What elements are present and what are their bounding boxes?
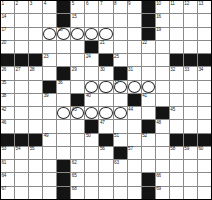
cell-r4c14[interactable] <box>184 41 197 53</box>
cell-r10c11-block <box>142 120 155 132</box>
clue-number-45: 45 <box>170 107 175 112</box>
cell-r14c8[interactable] <box>99 173 112 185</box>
cell-r6c15[interactable]: 34 <box>198 67 211 79</box>
cell-r8c2[interactable] <box>15 94 28 106</box>
clue-number-63: 63 <box>114 160 119 165</box>
cell-r11c7[interactable]: 50 <box>85 134 98 146</box>
cell-r1c2[interactable]: 2 <box>15 1 28 13</box>
clue-number-2: 2 <box>16 1 18 6</box>
cell-r15c10[interactable] <box>128 187 141 199</box>
clue-number-66: 66 <box>156 173 161 178</box>
cell-r10c14[interactable] <box>184 120 197 132</box>
cell-r9c12-block <box>156 107 169 119</box>
cell-r12c8[interactable]: 56 <box>99 147 112 159</box>
clue-number-60: 60 <box>198 146 203 151</box>
clue-number-28: 28 <box>30 67 35 72</box>
cell-r3c1[interactable]: 17 <box>1 28 14 40</box>
cell-r6c7[interactable] <box>85 67 98 79</box>
cell-r5c14-block <box>184 54 197 66</box>
cell-r2c14[interactable] <box>184 14 197 26</box>
cell-r12c1[interactable]: 53 <box>1 147 14 159</box>
clue-number-8: 8 <box>114 1 116 6</box>
cell-r2c8[interactable] <box>99 14 112 26</box>
cell-r7c14[interactable] <box>184 81 197 93</box>
cell-r5c9[interactable]: 25 <box>114 54 127 66</box>
cell-r1c6[interactable]: 5 <box>71 1 84 13</box>
clue-number-4: 4 <box>44 1 46 6</box>
clue-number-5: 5 <box>72 1 74 6</box>
cell-r8c8[interactable] <box>99 94 112 106</box>
cell-r9c5[interactable] <box>57 107 70 119</box>
cell-r8c5[interactable] <box>57 94 70 106</box>
clue-number-10: 10 <box>156 1 161 6</box>
cell-r12c5[interactable] <box>57 147 70 159</box>
clue-number-61: 61 <box>2 160 7 165</box>
cell-r2c15[interactable] <box>198 14 211 26</box>
cell-r10c10[interactable] <box>128 120 141 132</box>
cell-r12c14[interactable]: 59 <box>184 147 197 159</box>
cell-r11c6[interactable] <box>71 134 84 146</box>
cell-r9c4[interactable] <box>43 107 56 119</box>
cell-r8c4[interactable]: 39 <box>43 94 56 106</box>
cell-r9c6[interactable]: 43 <box>71 107 84 119</box>
cell-r11c9[interactable]: 51 <box>114 134 127 146</box>
cell-r7c3[interactable] <box>29 81 42 93</box>
cell-r15c3[interactable] <box>29 187 42 199</box>
cell-r1c11-block <box>142 1 155 13</box>
circle-marker <box>142 81 155 93</box>
cell-r5c12[interactable] <box>156 54 169 66</box>
cell-r5c6[interactable] <box>71 54 84 66</box>
cell-r6c9-block <box>114 67 127 79</box>
clue-number-68: 68 <box>72 186 77 191</box>
cell-r3c7[interactable] <box>85 28 98 40</box>
cell-r12c11[interactable] <box>142 147 155 159</box>
clue-number-3: 3 <box>30 1 32 6</box>
clue-number-27: 27 <box>16 67 21 72</box>
cell-r2c3[interactable] <box>29 14 42 26</box>
circle-marker <box>114 107 127 119</box>
cell-r3c9[interactable] <box>114 28 127 40</box>
clue-number-6: 6 <box>86 1 88 6</box>
cell-r4c11[interactable]: 22 <box>142 41 155 53</box>
cell-r4c1[interactable]: 20 <box>1 41 14 53</box>
clue-number-7: 7 <box>100 1 102 6</box>
cell-r8c3[interactable] <box>29 94 42 106</box>
cell-r13c13[interactable] <box>170 160 183 172</box>
cell-r6c6[interactable]: 29 <box>71 67 84 79</box>
clue-number-55: 55 <box>30 146 35 151</box>
cell-r13c15[interactable] <box>198 160 211 172</box>
cell-r15c11-block <box>142 187 155 199</box>
cell-r8c10-block <box>128 94 141 106</box>
clue-number-38: 38 <box>2 93 7 98</box>
cell-r13c6[interactable]: 62 <box>71 160 84 172</box>
cell-r6c3[interactable]: 28 <box>29 67 42 79</box>
cell-r13c8[interactable] <box>99 160 112 172</box>
cell-r10c4[interactable] <box>43 120 56 132</box>
cell-r14c11-block <box>142 173 155 185</box>
cell-r3c6[interactable] <box>71 28 84 40</box>
cell-r2c11-block <box>142 14 155 26</box>
cell-r10c8[interactable]: 47 <box>99 120 112 132</box>
cell-r14c5-block <box>57 173 70 185</box>
cell-r7c2[interactable] <box>15 81 28 93</box>
clue-number-24: 24 <box>86 54 91 59</box>
cell-r9c3[interactable] <box>29 107 42 119</box>
clue-number-59: 59 <box>184 146 189 151</box>
cell-r3c14[interactable] <box>184 28 197 40</box>
cell-r10c1[interactable]: 46 <box>1 120 14 132</box>
cell-r6c13[interactable]: 32 <box>170 67 183 79</box>
clue-number-36: 36 <box>58 80 63 85</box>
cell-r11c13-block <box>170 134 183 146</box>
cell-r4c9[interactable] <box>114 41 127 53</box>
cell-r2c13[interactable] <box>170 14 183 26</box>
cell-r11c5[interactable] <box>57 134 70 146</box>
cell-r3c5[interactable]: 18 <box>57 28 70 40</box>
clue-number-16: 16 <box>156 14 161 19</box>
cell-r14c15[interactable] <box>198 173 211 185</box>
cell-r4c6[interactable] <box>71 41 84 53</box>
clue-number-39: 39 <box>44 93 49 98</box>
clue-number-13: 13 <box>198 1 203 6</box>
clue-number-64: 64 <box>2 173 7 178</box>
clue-number-18: 18 <box>58 27 63 32</box>
circle-marker <box>99 28 112 40</box>
cell-r15c9[interactable] <box>114 187 127 199</box>
cell-r9c11[interactable] <box>142 107 155 119</box>
clue-number-20: 20 <box>2 40 7 45</box>
cell-r8c7[interactable]: 40 <box>85 94 98 106</box>
cell-r4c12[interactable] <box>156 41 169 53</box>
cell-r12c13[interactable]: 58 <box>170 147 183 159</box>
cell-r3c12[interactable]: 19 <box>156 28 169 40</box>
cell-r10c5[interactable] <box>57 120 70 132</box>
cell-r13c14[interactable] <box>184 160 197 172</box>
clue-number-32: 32 <box>170 67 175 72</box>
cell-r11c3-block <box>29 134 42 146</box>
cell-r4c3[interactable] <box>29 41 42 53</box>
cell-r8c15[interactable] <box>198 94 211 106</box>
cell-r14c4[interactable] <box>43 173 56 185</box>
cell-r11c11[interactable]: 52 <box>142 134 155 146</box>
clue-number-54: 54 <box>16 146 21 151</box>
cell-r15c13[interactable] <box>170 187 183 199</box>
clue-number-56: 56 <box>100 146 105 151</box>
cell-r14c3[interactable] <box>29 173 42 185</box>
cell-r14c9[interactable] <box>114 173 127 185</box>
cell-r6c14[interactable]: 33 <box>184 67 197 79</box>
cell-r2c2[interactable] <box>15 14 28 26</box>
cell-r2c4[interactable] <box>43 14 56 26</box>
cell-r7c10[interactable] <box>128 81 141 93</box>
cell-r14c12[interactable]: 66 <box>156 173 169 185</box>
cell-r1c8[interactable]: 7 <box>99 1 112 13</box>
cell-r13c12[interactable] <box>156 160 169 172</box>
clue-number-31: 31 <box>128 67 133 72</box>
cell-r4c15[interactable] <box>198 41 211 53</box>
clue-number-34: 34 <box>198 67 203 72</box>
cell-r13c3[interactable] <box>29 160 42 172</box>
circle-marker <box>85 107 98 119</box>
cell-r8c1[interactable]: 38 <box>1 94 14 106</box>
cell-r10c6[interactable] <box>71 120 84 132</box>
cell-r6c11[interactable] <box>142 67 155 79</box>
cell-r1c3[interactable]: 3 <box>29 1 42 13</box>
cell-r8c14[interactable] <box>184 94 197 106</box>
cell-r8c6-block <box>71 94 84 106</box>
cell-r15c12[interactable]: 69 <box>156 187 169 199</box>
cell-r15c14[interactable] <box>184 187 197 199</box>
cell-r2c5-block <box>57 14 70 26</box>
cell-r1c15[interactable]: 13 <box>198 1 211 13</box>
cell-r3c8[interactable] <box>99 28 112 40</box>
cell-r6c5-block <box>57 67 70 79</box>
cell-r13c9[interactable]: 63 <box>114 160 127 172</box>
cell-r12c15[interactable]: 60 <box>198 147 211 159</box>
cell-r2c10[interactable] <box>128 14 141 26</box>
cell-r15c5-block <box>57 187 70 199</box>
cell-r12c6[interactable] <box>71 147 84 159</box>
cell-r11c12[interactable] <box>156 134 169 146</box>
clue-number-25: 25 <box>114 54 119 59</box>
clue-number-52: 52 <box>142 133 147 138</box>
cell-r3c13[interactable] <box>170 28 183 40</box>
cell-r1c14[interactable]: 12 <box>184 1 197 13</box>
clue-number-47: 47 <box>100 120 105 125</box>
cell-r11c14-block <box>184 134 197 146</box>
cell-r4c4[interactable] <box>43 41 56 53</box>
cell-r5c1-block <box>1 54 14 66</box>
cell-r13c10[interactable] <box>128 160 141 172</box>
cell-r5c4[interactable]: 23 <box>43 54 56 66</box>
clue-number-65: 65 <box>72 173 77 178</box>
clue-number-41: 41 <box>142 93 147 98</box>
cell-r3c4[interactable] <box>43 28 56 40</box>
clue-number-9: 9 <box>128 1 130 6</box>
clue-number-42: 42 <box>2 107 7 112</box>
cell-r6c8[interactable]: 30 <box>99 67 112 79</box>
clue-number-30: 30 <box>100 67 105 72</box>
cell-r7c7[interactable] <box>85 81 98 93</box>
cell-r2c12[interactable]: 16 <box>156 14 169 26</box>
cell-r15c7[interactable] <box>85 187 98 199</box>
cell-r11c2-block <box>15 134 28 146</box>
clue-number-15: 15 <box>72 14 77 19</box>
cell-r1c1[interactable]: 1 <box>1 1 14 13</box>
cell-r15c1[interactable]: 67 <box>1 187 14 199</box>
cell-r6c4[interactable] <box>43 67 56 79</box>
clue-number-57: 57 <box>128 146 133 151</box>
cell-r3c11-block <box>142 28 155 40</box>
cell-r8c11[interactable]: 41 <box>142 94 155 106</box>
clue-number-19: 19 <box>156 27 161 32</box>
cell-r14c1[interactable]: 64 <box>1 173 14 185</box>
cell-r8c13[interactable] <box>170 94 183 106</box>
clue-number-1: 1 <box>2 1 4 6</box>
cell-r15c8[interactable] <box>99 187 112 199</box>
clue-number-58: 58 <box>170 146 175 151</box>
cell-r12c7[interactable] <box>85 147 98 159</box>
cell-r9c7[interactable] <box>85 107 98 119</box>
cell-r7c8[interactable] <box>99 81 112 93</box>
clue-number-50: 50 <box>86 133 91 138</box>
cell-r12c4[interactable] <box>43 147 56 159</box>
cell-r8c9[interactable] <box>114 94 127 106</box>
clue-number-21: 21 <box>100 40 105 45</box>
cell-r7c15[interactable] <box>198 81 211 93</box>
cell-r7c5[interactable]: 36 <box>57 81 70 93</box>
cell-r13c7[interactable] <box>85 160 98 172</box>
cell-r13c4[interactable] <box>43 160 56 172</box>
clue-number-67: 67 <box>2 186 7 191</box>
clue-number-26: 26 <box>2 67 7 72</box>
cell-r5c5[interactable] <box>57 54 70 66</box>
clue-number-44: 44 <box>128 107 133 112</box>
cell-r15c4[interactable] <box>43 187 56 199</box>
cell-r4c5[interactable] <box>57 41 70 53</box>
circle-marker <box>85 81 98 93</box>
cell-r2c6[interactable]: 15 <box>71 14 84 26</box>
cell-r1c4[interactable]: 4 <box>43 1 56 13</box>
cell-r7c1[interactable]: 35 <box>1 81 14 93</box>
circle-marker <box>71 28 84 40</box>
cell-r3c15[interactable] <box>198 28 211 40</box>
cell-r5c7[interactable]: 24 <box>85 54 98 66</box>
cell-r2c1[interactable]: 14 <box>1 14 14 26</box>
clue-number-48: 48 <box>156 120 161 125</box>
circle-marker <box>99 81 112 93</box>
cell-r9c13[interactable]: 45 <box>170 107 183 119</box>
cell-r14c7[interactable] <box>85 173 98 185</box>
cell-r2c7[interactable] <box>85 14 98 26</box>
cell-r13c1[interactable]: 61 <box>1 160 14 172</box>
cell-r13c2[interactable] <box>15 160 28 172</box>
circle-marker <box>99 107 112 119</box>
clue-number-29: 29 <box>72 67 77 72</box>
cell-r11c4[interactable]: 49 <box>43 134 56 146</box>
cell-r7c6[interactable] <box>71 81 84 93</box>
cell-r10c3[interactable] <box>29 120 42 132</box>
cell-r7c13[interactable] <box>170 81 183 93</box>
clue-number-43: 43 <box>72 107 77 112</box>
circle-marker <box>43 28 56 40</box>
cell-r14c6[interactable]: 65 <box>71 173 84 185</box>
cell-r1c13[interactable]: 11 <box>170 1 183 13</box>
crossword-puzzle: 1234567891011121314151617181920212223242… <box>0 0 212 200</box>
cell-r3c10[interactable] <box>128 28 141 40</box>
cell-r8c12[interactable] <box>156 94 169 106</box>
cell-r9c2[interactable] <box>15 107 28 119</box>
cell-r2c9[interactable] <box>114 14 127 26</box>
cell-r6c12[interactable] <box>156 67 169 79</box>
cell-r5c11[interactable] <box>142 54 155 66</box>
cell-r14c10[interactable] <box>128 173 141 185</box>
cell-r10c13[interactable] <box>170 120 183 132</box>
cell-r11c1-block <box>1 134 14 146</box>
cell-r4c2[interactable] <box>15 41 28 53</box>
clue-number-53: 53 <box>2 146 7 151</box>
cell-r4c7-block <box>85 41 98 53</box>
clue-number-22: 22 <box>142 40 147 45</box>
clue-number-46: 46 <box>2 120 7 125</box>
cell-r12c3[interactable]: 55 <box>29 147 42 159</box>
cell-r7c4-block <box>43 81 56 93</box>
clue-number-62: 62 <box>72 160 77 165</box>
cell-r6c2[interactable]: 27 <box>15 67 28 79</box>
cell-r1c5-block <box>57 1 70 13</box>
cell-r10c15[interactable] <box>198 120 211 132</box>
cell-r9c15[interactable] <box>198 107 211 119</box>
cell-r13c5-block <box>57 160 70 172</box>
cell-r4c13[interactable] <box>170 41 183 53</box>
cell-r14c13[interactable] <box>170 173 183 185</box>
cell-r10c7-block <box>85 120 98 132</box>
clue-number-35: 35 <box>2 80 7 85</box>
cell-r1c7[interactable]: 6 <box>85 1 98 13</box>
cell-r12c2[interactable]: 54 <box>15 147 28 159</box>
cell-r5c13-block <box>170 54 183 66</box>
cell-r7c11[interactable] <box>142 81 155 93</box>
cell-r5c2-block <box>15 54 28 66</box>
cell-r9c1[interactable]: 42 <box>1 107 14 119</box>
cell-r14c14[interactable] <box>184 173 197 185</box>
cell-r9c8[interactable] <box>99 107 112 119</box>
cell-r9c10[interactable]: 44 <box>128 107 141 119</box>
cell-r7c9[interactable]: 37 <box>114 81 127 93</box>
cell-r13c11[interactable] <box>142 160 155 172</box>
circle-marker <box>85 28 98 40</box>
cell-r9c9[interactable] <box>114 107 127 119</box>
clue-number-40: 40 <box>86 93 91 98</box>
clue-number-33: 33 <box>184 67 189 72</box>
crossword-grid: 1234567891011121314151617181920212223242… <box>0 0 212 200</box>
cell-r10c9[interactable] <box>114 120 127 132</box>
cell-r10c12[interactable]: 48 <box>156 120 169 132</box>
cell-r15c2[interactable] <box>15 187 28 199</box>
cell-r4c8[interactable]: 21 <box>99 41 112 53</box>
cell-r11c15-block <box>198 134 211 146</box>
cell-r12c12[interactable] <box>156 147 169 159</box>
cell-r1c12[interactable]: 10 <box>156 1 169 13</box>
cell-r12c10[interactable]: 57 <box>128 147 141 159</box>
cell-r5c10[interactable] <box>128 54 141 66</box>
cell-r7c12[interactable] <box>156 81 169 93</box>
clue-number-69: 69 <box>156 186 161 191</box>
cell-r3c2[interactable] <box>15 28 28 40</box>
cell-r4c10[interactable] <box>128 41 141 53</box>
cell-r11c10[interactable] <box>128 134 141 146</box>
cell-r15c15[interactable] <box>198 187 211 199</box>
cell-r6c10[interactable]: 31 <box>128 67 141 79</box>
cell-r9c14[interactable] <box>184 107 197 119</box>
clue-number-11: 11 <box>170 1 174 6</box>
clue-number-17: 17 <box>2 27 7 32</box>
clue-number-12: 12 <box>184 1 189 6</box>
cell-r15c6[interactable]: 68 <box>71 187 84 199</box>
cell-r6c1[interactable]: 26 <box>1 67 14 79</box>
cell-r1c10[interactable]: 9 <box>128 1 141 13</box>
cell-r12c9-block <box>114 147 127 159</box>
cell-r14c2[interactable] <box>15 173 28 185</box>
circle-marker <box>57 107 70 119</box>
cell-r3c3[interactable] <box>29 28 42 40</box>
clue-number-37: 37 <box>114 80 119 85</box>
circle-marker <box>128 81 141 93</box>
cell-r1c9[interactable]: 8 <box>114 1 127 13</box>
cell-r10c2[interactable] <box>15 120 28 132</box>
